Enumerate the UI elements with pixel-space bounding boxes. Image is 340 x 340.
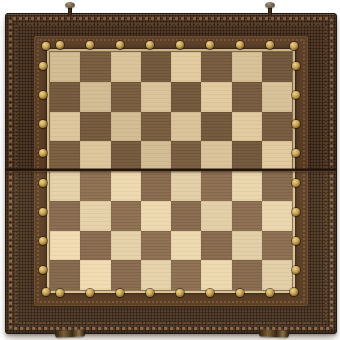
square-c4[interactable]	[111, 171, 141, 201]
square-h4[interactable]	[262, 171, 292, 201]
square-f3[interactable]	[201, 201, 231, 231]
square-g4[interactable]	[232, 171, 262, 201]
square-c6[interactable]	[111, 112, 141, 142]
square-e5[interactable]	[171, 141, 201, 171]
square-d8[interactable]	[141, 52, 171, 82]
square-f4[interactable]	[201, 171, 231, 201]
square-c1[interactable]	[111, 260, 141, 290]
square-b7[interactable]	[80, 82, 110, 112]
bottom-latch-icon	[259, 329, 289, 337]
square-h8[interactable]	[262, 52, 292, 82]
square-f8[interactable]	[201, 52, 231, 82]
square-a8[interactable]	[50, 52, 80, 82]
square-c5[interactable]	[111, 141, 141, 171]
square-c2[interactable]	[111, 231, 141, 261]
square-e7[interactable]	[171, 82, 201, 112]
square-f1[interactable]	[201, 260, 231, 290]
square-a5[interactable]	[50, 141, 80, 171]
square-h3[interactable]	[262, 201, 292, 231]
square-b6[interactable]	[80, 112, 110, 142]
square-f6[interactable]	[201, 112, 231, 142]
product-photo	[0, 0, 340, 340]
square-g6[interactable]	[232, 112, 262, 142]
square-g5[interactable]	[232, 141, 262, 171]
square-b8[interactable]	[80, 52, 110, 82]
square-f5[interactable]	[201, 141, 231, 171]
chess-box	[5, 13, 337, 334]
square-d1[interactable]	[141, 260, 171, 290]
square-g8[interactable]	[232, 52, 262, 82]
square-g7[interactable]	[232, 82, 262, 112]
square-g1[interactable]	[232, 260, 262, 290]
square-d3[interactable]	[141, 201, 171, 231]
board-frame	[46, 48, 296, 294]
square-a7[interactable]	[50, 82, 80, 112]
square-e6[interactable]	[171, 112, 201, 142]
square-d7[interactable]	[141, 82, 171, 112]
square-f7[interactable]	[201, 82, 231, 112]
square-a1[interactable]	[50, 260, 80, 290]
square-g2[interactable]	[232, 231, 262, 261]
square-h7[interactable]	[262, 82, 292, 112]
square-d6[interactable]	[141, 112, 171, 142]
square-b1[interactable]	[80, 260, 110, 290]
square-e4[interactable]	[171, 171, 201, 201]
square-f2[interactable]	[201, 231, 231, 261]
square-a4[interactable]	[50, 171, 80, 201]
square-b5[interactable]	[80, 141, 110, 171]
square-g3[interactable]	[232, 201, 262, 231]
square-e1[interactable]	[171, 260, 201, 290]
square-e8[interactable]	[171, 52, 201, 82]
square-c3[interactable]	[111, 201, 141, 231]
bottom-latch-icon	[55, 329, 85, 337]
square-a2[interactable]	[50, 231, 80, 261]
square-d5[interactable]	[141, 141, 171, 171]
square-b3[interactable]	[80, 201, 110, 231]
square-h2[interactable]	[262, 231, 292, 261]
lid-pin-icon	[68, 4, 72, 15]
square-d2[interactable]	[141, 231, 171, 261]
square-d4[interactable]	[141, 171, 171, 201]
lid-pin-icon	[268, 4, 272, 15]
square-e2[interactable]	[171, 231, 201, 261]
square-c7[interactable]	[111, 82, 141, 112]
square-h6[interactable]	[262, 112, 292, 142]
square-h1[interactable]	[262, 260, 292, 290]
square-e3[interactable]	[171, 201, 201, 231]
square-b2[interactable]	[80, 231, 110, 261]
chess-board	[50, 52, 292, 290]
square-h5[interactable]	[262, 141, 292, 171]
square-c8[interactable]	[111, 52, 141, 82]
square-b4[interactable]	[80, 171, 110, 201]
square-a6[interactable]	[50, 112, 80, 142]
square-a3[interactable]	[50, 201, 80, 231]
